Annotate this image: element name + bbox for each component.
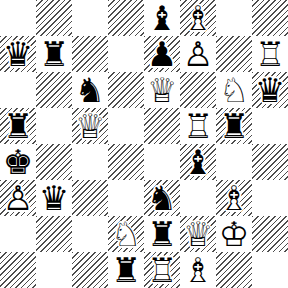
piece-fill-f1: ♝ bbox=[180, 252, 216, 288]
piece-bk-a4: ♚ bbox=[0, 144, 36, 180]
piece-bp-e7: ♟ bbox=[144, 36, 180, 72]
piece-fill-e6: ♛ bbox=[144, 72, 180, 108]
square-h2[interactable] bbox=[252, 216, 288, 252]
square-e7[interactable]: ♟ bbox=[144, 36, 180, 72]
piece-wn-d2: ♘ bbox=[108, 216, 144, 252]
square-h5[interactable] bbox=[252, 108, 288, 144]
piece-bn-c6: ♞ bbox=[72, 72, 108, 108]
square-c1[interactable] bbox=[72, 252, 108, 288]
piece-fill-d2: ♞ bbox=[108, 216, 144, 252]
square-b6[interactable] bbox=[36, 72, 72, 108]
square-d1[interactable]: ♜ bbox=[108, 252, 144, 288]
square-a1[interactable] bbox=[0, 252, 36, 288]
square-f4[interactable]: ♝ bbox=[180, 144, 216, 180]
square-g1[interactable] bbox=[216, 252, 252, 288]
square-c8[interactable] bbox=[72, 0, 108, 36]
square-e6[interactable]: ♛♕ bbox=[144, 72, 180, 108]
square-e8[interactable]: ♝ bbox=[144, 0, 180, 36]
square-g6[interactable]: ♞♘ bbox=[216, 72, 252, 108]
square-e1[interactable]: ♜♖ bbox=[144, 252, 180, 288]
piece-fill-g6: ♞ bbox=[216, 72, 252, 108]
square-g5[interactable]: ♜ bbox=[216, 108, 252, 144]
piece-bb-f4: ♝ bbox=[180, 144, 216, 180]
piece-bq-h6: ♛ bbox=[252, 72, 288, 108]
square-h1[interactable] bbox=[252, 252, 288, 288]
piece-bq-b3: ♛ bbox=[36, 180, 72, 216]
square-a3[interactable]: ♟♙ bbox=[0, 180, 36, 216]
square-g2[interactable]: ♚♔ bbox=[216, 216, 252, 252]
square-f3[interactable] bbox=[180, 180, 216, 216]
piece-fill-e1: ♜ bbox=[144, 252, 180, 288]
piece-wq-e6: ♕ bbox=[144, 72, 180, 108]
piece-br-d1: ♜ bbox=[108, 252, 144, 288]
piece-wp-f7: ♙ bbox=[180, 36, 216, 72]
piece-bq-a7: ♛ bbox=[0, 36, 36, 72]
square-f2[interactable]: ♛♕ bbox=[180, 216, 216, 252]
square-c7[interactable] bbox=[72, 36, 108, 72]
square-c4[interactable] bbox=[72, 144, 108, 180]
square-e5[interactable] bbox=[144, 108, 180, 144]
piece-wk-g2: ♔ bbox=[216, 216, 252, 252]
square-b2[interactable] bbox=[36, 216, 72, 252]
piece-fill-f8: ♝ bbox=[180, 0, 216, 36]
square-b5[interactable] bbox=[36, 108, 72, 144]
square-e3[interactable]: ♞ bbox=[144, 180, 180, 216]
piece-wb-f1: ♗ bbox=[180, 252, 216, 288]
square-g8[interactable] bbox=[216, 0, 252, 36]
square-d7[interactable] bbox=[108, 36, 144, 72]
piece-wb-f8: ♗ bbox=[180, 0, 216, 36]
square-g7[interactable] bbox=[216, 36, 252, 72]
square-a7[interactable]: ♛ bbox=[0, 36, 36, 72]
square-d6[interactable] bbox=[108, 72, 144, 108]
square-f8[interactable]: ♝♗ bbox=[180, 0, 216, 36]
square-c5[interactable]: ♛♕ bbox=[72, 108, 108, 144]
square-b1[interactable] bbox=[36, 252, 72, 288]
piece-wp-a3: ♙ bbox=[0, 180, 36, 216]
chess-board: ♝♝♗♛♜♟♟♙♜♖♞♛♕♞♘♛♜♛♕♜♖♜♚♝♟♙♛♞♝♗♞♘♜♛♕♚♔♜♜♖… bbox=[0, 0, 288, 288]
piece-br-e2: ♜ bbox=[144, 216, 180, 252]
piece-fill-g3: ♝ bbox=[216, 180, 252, 216]
square-c2[interactable] bbox=[72, 216, 108, 252]
square-b7[interactable]: ♜ bbox=[36, 36, 72, 72]
square-a8[interactable] bbox=[0, 0, 36, 36]
square-a4[interactable]: ♚ bbox=[0, 144, 36, 180]
piece-fill-h7: ♜ bbox=[252, 36, 288, 72]
piece-br-g5: ♜ bbox=[216, 108, 252, 144]
square-d3[interactable] bbox=[108, 180, 144, 216]
piece-wr-e1: ♖ bbox=[144, 252, 180, 288]
square-h6[interactable]: ♛ bbox=[252, 72, 288, 108]
square-f1[interactable]: ♝♗ bbox=[180, 252, 216, 288]
square-e2[interactable]: ♜ bbox=[144, 216, 180, 252]
square-h8[interactable] bbox=[252, 0, 288, 36]
square-d4[interactable] bbox=[108, 144, 144, 180]
piece-wn-g6: ♘ bbox=[216, 72, 252, 108]
square-g4[interactable] bbox=[216, 144, 252, 180]
square-b4[interactable] bbox=[36, 144, 72, 180]
square-g3[interactable]: ♝♗ bbox=[216, 180, 252, 216]
piece-fill-f2: ♛ bbox=[180, 216, 216, 252]
piece-wb-g3: ♗ bbox=[216, 180, 252, 216]
square-d5[interactable] bbox=[108, 108, 144, 144]
piece-br-b7: ♜ bbox=[36, 36, 72, 72]
square-c3[interactable] bbox=[72, 180, 108, 216]
piece-wq-f2: ♕ bbox=[180, 216, 216, 252]
square-f6[interactable] bbox=[180, 72, 216, 108]
square-b3[interactable]: ♛ bbox=[36, 180, 72, 216]
piece-wr-h7: ♖ bbox=[252, 36, 288, 72]
square-a5[interactable]: ♜ bbox=[0, 108, 36, 144]
square-a2[interactable] bbox=[0, 216, 36, 252]
square-h4[interactable] bbox=[252, 144, 288, 180]
piece-fill-a3: ♟ bbox=[0, 180, 36, 216]
square-d8[interactable] bbox=[108, 0, 144, 36]
square-d2[interactable]: ♞♘ bbox=[108, 216, 144, 252]
piece-fill-f5: ♜ bbox=[180, 108, 216, 144]
square-a6[interactable] bbox=[0, 72, 36, 108]
square-f5[interactable]: ♜♖ bbox=[180, 108, 216, 144]
square-f7[interactable]: ♟♙ bbox=[180, 36, 216, 72]
square-h3[interactable] bbox=[252, 180, 288, 216]
piece-wr-f5: ♖ bbox=[180, 108, 216, 144]
piece-fill-f7: ♟ bbox=[180, 36, 216, 72]
square-b8[interactable] bbox=[36, 0, 72, 36]
piece-bb-e8: ♝ bbox=[144, 0, 180, 36]
square-c6[interactable]: ♞ bbox=[72, 72, 108, 108]
square-e4[interactable] bbox=[144, 144, 180, 180]
piece-fill-g2: ♚ bbox=[216, 216, 252, 252]
piece-fill-c5: ♛ bbox=[72, 108, 108, 144]
square-h7[interactable]: ♜♖ bbox=[252, 36, 288, 72]
piece-wq-c5: ♕ bbox=[72, 108, 108, 144]
piece-br-a5: ♜ bbox=[0, 108, 36, 144]
piece-bn-e3: ♞ bbox=[144, 180, 180, 216]
